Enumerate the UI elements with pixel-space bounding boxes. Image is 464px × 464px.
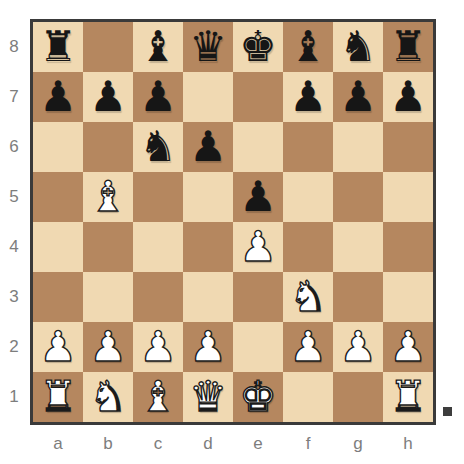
rank-label-1: 1 [0,372,28,422]
square-b8[interactable] [83,22,133,72]
square-g7[interactable]: ♟ [333,72,383,122]
square-f4[interactable] [283,222,333,272]
file-label-f: f [283,428,333,460]
white-bishop-icon: ♝ [89,172,127,222]
square-h5[interactable] [383,172,433,222]
square-g6[interactable] [333,122,383,172]
white-bishop-icon: ♝ [139,372,177,422]
white-pawn-icon: ♟ [289,322,327,372]
rank-label-4: 4 [0,222,28,272]
square-h4[interactable] [383,222,433,272]
side-to-move-indicator [443,407,452,416]
rank-labels: 87654321 [0,22,28,422]
square-a7[interactable]: ♟ [33,72,83,122]
square-a5[interactable] [33,172,83,222]
black-pawn-icon: ♟ [39,72,77,122]
square-d6[interactable]: ♟ [183,122,233,172]
white-rook-icon: ♜ [389,372,427,422]
square-g2[interactable]: ♟ [333,322,383,372]
black-pawn-icon: ♟ [239,172,277,222]
white-pawn-icon: ♟ [189,322,227,372]
square-b2[interactable]: ♟ [83,322,133,372]
square-h6[interactable] [383,122,433,172]
square-e1[interactable]: ♚ [233,372,283,422]
square-f2[interactable]: ♟ [283,322,333,372]
square-f3[interactable]: ♞ [283,272,333,322]
square-c2[interactable]: ♟ [133,322,183,372]
black-pawn-icon: ♟ [339,72,377,122]
white-knight-icon: ♞ [289,272,327,322]
square-e8[interactable]: ♚ [233,22,283,72]
square-h2[interactable]: ♟ [383,322,433,372]
square-c1[interactable]: ♝ [133,372,183,422]
square-b1[interactable]: ♞ [83,372,133,422]
black-rook-icon: ♜ [39,22,77,72]
square-f7[interactable]: ♟ [283,72,333,122]
square-e7[interactable] [233,72,283,122]
square-a4[interactable] [33,222,83,272]
square-g1[interactable] [333,372,383,422]
white-rook-icon: ♜ [39,372,77,422]
square-f6[interactable] [283,122,333,172]
black-pawn-icon: ♟ [89,72,127,122]
square-g3[interactable] [333,272,383,322]
square-c7[interactable]: ♟ [133,72,183,122]
rank-label-8: 8 [0,22,28,72]
square-h3[interactable] [383,272,433,322]
rank-label-2: 2 [0,322,28,372]
file-labels: abcdefgh [33,428,433,460]
chess-board: ♜♝♛♚♝♞♜♟♟♟♟♟♟♞♟♝♟♟♞♟♟♟♟♟♟♟♜♞♝♛♚♜ [30,19,436,425]
square-b4[interactable] [83,222,133,272]
square-g8[interactable]: ♞ [333,22,383,72]
black-knight-icon: ♞ [339,22,377,72]
white-pawn-icon: ♟ [139,322,177,372]
square-b6[interactable] [83,122,133,172]
square-e2[interactable] [233,322,283,372]
square-f1[interactable] [283,372,333,422]
square-a1[interactable]: ♜ [33,372,83,422]
square-c8[interactable]: ♝ [133,22,183,72]
black-bishop-icon: ♝ [139,22,177,72]
file-label-b: b [83,428,133,460]
rank-label-7: 7 [0,72,28,122]
square-d1[interactable]: ♛ [183,372,233,422]
black-pawn-icon: ♟ [389,72,427,122]
square-e5[interactable]: ♟ [233,172,283,222]
rank-label-6: 6 [0,122,28,172]
white-king-icon: ♚ [239,372,277,422]
square-a8[interactable]: ♜ [33,22,83,72]
file-label-c: c [133,428,183,460]
square-b3[interactable] [83,272,133,322]
square-c5[interactable] [133,172,183,222]
white-knight-icon: ♞ [89,372,127,422]
square-a3[interactable] [33,272,83,322]
square-h7[interactable]: ♟ [383,72,433,122]
square-a6[interactable] [33,122,83,172]
black-king-icon: ♚ [239,22,277,72]
rank-label-5: 5 [0,172,28,222]
square-f8[interactable]: ♝ [283,22,333,72]
white-pawn-icon: ♟ [239,222,277,272]
square-d3[interactable] [183,272,233,322]
square-a2[interactable]: ♟ [33,322,83,372]
square-g4[interactable] [333,222,383,272]
square-b5[interactable]: ♝ [83,172,133,222]
black-knight-icon: ♞ [139,122,177,172]
file-label-a: a [33,428,83,460]
square-d8[interactable]: ♛ [183,22,233,72]
white-queen-icon: ♛ [189,372,227,422]
square-c6[interactable]: ♞ [133,122,183,172]
black-pawn-icon: ♟ [189,122,227,172]
square-e6[interactable] [233,122,283,172]
square-h8[interactable]: ♜ [383,22,433,72]
file-label-g: g [333,428,383,460]
square-d4[interactable] [183,222,233,272]
white-pawn-icon: ♟ [89,322,127,372]
square-h1[interactable]: ♜ [383,372,433,422]
black-queen-icon: ♛ [189,22,227,72]
square-c3[interactable] [133,272,183,322]
white-pawn-icon: ♟ [39,322,77,372]
square-g5[interactable] [333,172,383,222]
square-c4[interactable] [133,222,183,272]
black-pawn-icon: ♟ [289,72,327,122]
square-e3[interactable] [233,272,283,322]
file-label-e: e [233,428,283,460]
square-d5[interactable] [183,172,233,222]
file-label-d: d [183,428,233,460]
square-e4[interactable]: ♟ [233,222,283,272]
black-pawn-icon: ♟ [139,72,177,122]
white-pawn-icon: ♟ [339,322,377,372]
chess-app: 87654321 ♜♝♛♚♝♞♜♟♟♟♟♟♟♞♟♝♟♟♞♟♟♟♟♟♟♟♜♞♝♛♚… [0,0,464,464]
black-rook-icon: ♜ [389,22,427,72]
black-bishop-icon: ♝ [289,22,327,72]
square-d7[interactable] [183,72,233,122]
rank-label-3: 3 [0,272,28,322]
square-f5[interactable] [283,172,333,222]
file-label-h: h [383,428,433,460]
square-d2[interactable]: ♟ [183,322,233,372]
white-pawn-icon: ♟ [389,322,427,372]
square-b7[interactable]: ♟ [83,72,133,122]
